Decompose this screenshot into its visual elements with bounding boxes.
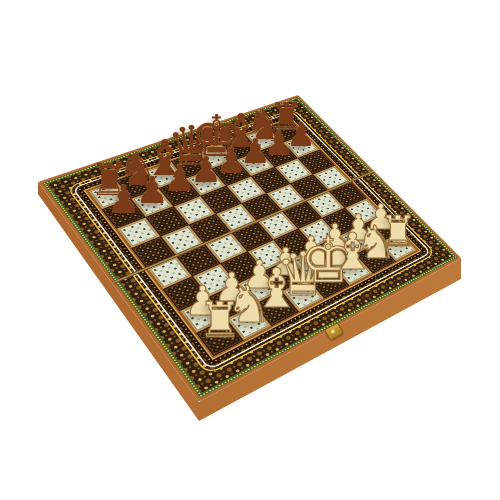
piece-white-rook-h1[interactable]: ♜ bbox=[379, 211, 417, 253]
piece-black-pawn-h7[interactable]: ♟ bbox=[286, 118, 316, 151]
chess-box-scene: ♜♞♝♛♚♝♞♜♟♟♟♟♟♟♟♟♟♟♟♟♟♟♟♟♜♞♝♛♚♝♞♜ bbox=[0, 0, 500, 500]
